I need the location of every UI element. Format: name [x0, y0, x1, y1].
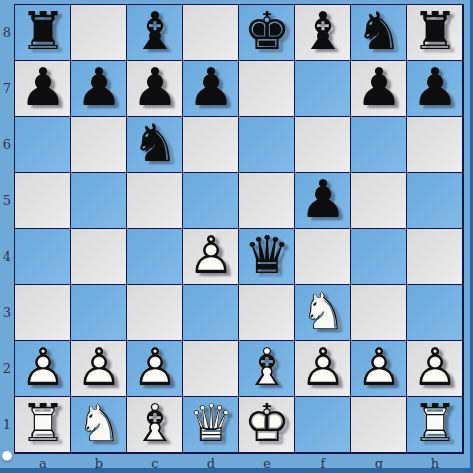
- white-piece-outline: ♗: [239, 339, 295, 395]
- square-e8[interactable]: ♚: [239, 5, 295, 61]
- white-piece-outline: ♙: [183, 227, 239, 283]
- piece-black-rook[interactable]: ♜: [407, 5, 463, 61]
- piece-white-pawn[interactable]: ♟♙: [295, 341, 351, 397]
- piece-black-pawn[interactable]: ♟: [127, 61, 183, 117]
- chess-board: ♜♝♚♝♞♜♟♟♟♟♟♟♞♟♟♙♛♞♘♟♙♟♙♟♙♝♗♟♙♟♙♟♙♜♖♞♘♝♗♛…: [14, 4, 464, 454]
- square-d8[interactable]: [183, 5, 239, 61]
- square-e4[interactable]: ♛: [239, 229, 295, 285]
- white-piece-outline: ♖: [407, 395, 463, 451]
- square-d5[interactable]: [183, 173, 239, 229]
- piece-white-rook[interactable]: ♜♖: [15, 397, 71, 453]
- white-piece-outline: ♙: [351, 339, 407, 395]
- square-e3[interactable]: [239, 285, 295, 341]
- chessboard-window: ♜♝♚♝♞♜♟♟♟♟♟♟♞♟♟♙♛♞♘♟♙♟♙♟♙♝♗♟♙♟♙♟♙♜♖♞♘♝♗♛…: [0, 0, 473, 473]
- black-piece-glyph: ♟: [351, 59, 407, 115]
- square-f4[interactable]: [295, 229, 351, 285]
- piece-white-pawn[interactable]: ♟♙: [127, 341, 183, 397]
- square-c6[interactable]: ♞: [127, 117, 183, 173]
- square-a5[interactable]: [15, 173, 71, 229]
- piece-white-pawn[interactable]: ♟♙: [407, 341, 463, 397]
- piece-white-pawn[interactable]: ♟♙: [351, 341, 407, 397]
- piece-white-bishop[interactable]: ♝♗: [239, 341, 295, 397]
- square-h8[interactable]: ♜: [407, 5, 463, 61]
- piece-white-queen[interactable]: ♛♕: [183, 397, 239, 453]
- rank-label-4: 4: [0, 229, 14, 285]
- square-c1[interactable]: ♝♗: [127, 397, 183, 453]
- white-piece-outline: ♗: [127, 395, 183, 451]
- piece-black-bishop[interactable]: ♝: [127, 5, 183, 61]
- square-f6[interactable]: [295, 117, 351, 173]
- square-g7[interactable]: ♟: [351, 61, 407, 117]
- piece-black-pawn[interactable]: ♟: [351, 61, 407, 117]
- piece-black-rook[interactable]: ♜: [15, 5, 71, 61]
- square-a2[interactable]: ♟♙: [15, 341, 71, 397]
- black-piece-glyph: ♞: [351, 3, 407, 59]
- square-e7[interactable]: [239, 61, 295, 117]
- white-piece-outline: ♘: [71, 395, 127, 451]
- square-c5[interactable]: [127, 173, 183, 229]
- black-piece-glyph: ♟: [295, 171, 351, 227]
- square-g3[interactable]: [351, 285, 407, 341]
- black-piece-glyph: ♛: [239, 227, 295, 283]
- square-b6[interactable]: [71, 117, 127, 173]
- piece-black-bishop[interactable]: ♝: [295, 5, 351, 61]
- white-piece-outline: ♙: [127, 339, 183, 395]
- square-e5[interactable]: [239, 173, 295, 229]
- square-f1[interactable]: [295, 397, 351, 453]
- frame-edge-bottom: [0, 468, 473, 473]
- square-e1[interactable]: ♚♔: [239, 397, 295, 453]
- rank-label-6: 6: [0, 117, 14, 173]
- piece-black-pawn[interactable]: ♟: [295, 173, 351, 229]
- square-a3[interactable]: [15, 285, 71, 341]
- square-c4[interactable]: [127, 229, 183, 285]
- white-piece-outline: ♙: [15, 339, 71, 395]
- piece-white-bishop[interactable]: ♝♗: [127, 397, 183, 453]
- square-d1[interactable]: ♛♕: [183, 397, 239, 453]
- square-g8[interactable]: ♞: [351, 5, 407, 61]
- piece-white-knight[interactable]: ♞♘: [295, 285, 351, 341]
- square-f5[interactable]: ♟: [295, 173, 351, 229]
- square-h5[interactable]: [407, 173, 463, 229]
- square-c2[interactable]: ♟♙: [127, 341, 183, 397]
- black-piece-glyph: ♟: [127, 59, 183, 115]
- square-c7[interactable]: ♟: [127, 61, 183, 117]
- black-piece-glyph: ♟: [71, 59, 127, 115]
- square-h2[interactable]: ♟♙: [407, 341, 463, 397]
- piece-black-pawn[interactable]: ♟: [183, 61, 239, 117]
- square-h6[interactable]: [407, 117, 463, 173]
- piece-black-king[interactable]: ♚: [239, 5, 295, 61]
- square-c3[interactable]: [127, 285, 183, 341]
- white-piece-outline: ♙: [295, 339, 351, 395]
- rank-label-5: 5: [0, 173, 14, 229]
- square-g5[interactable]: [351, 173, 407, 229]
- square-f3[interactable]: ♞♘: [295, 285, 351, 341]
- square-b4[interactable]: [71, 229, 127, 285]
- square-g1[interactable]: [351, 397, 407, 453]
- rank-label-7: 7: [0, 61, 14, 117]
- piece-black-knight[interactable]: ♞: [351, 5, 407, 61]
- rank-label-8: 8: [0, 5, 14, 61]
- square-f7[interactable]: [295, 61, 351, 117]
- black-piece-glyph: ♚: [239, 3, 295, 59]
- square-d7[interactable]: ♟: [183, 61, 239, 117]
- square-a1[interactable]: ♜♖: [15, 397, 71, 453]
- black-piece-glyph: ♝: [295, 3, 351, 59]
- square-h1[interactable]: ♜♖: [407, 397, 463, 453]
- square-h3[interactable]: [407, 285, 463, 341]
- square-a4[interactable]: [15, 229, 71, 285]
- piece-white-knight[interactable]: ♞♘: [71, 397, 127, 453]
- square-d4[interactable]: ♟♙: [183, 229, 239, 285]
- square-b3[interactable]: [71, 285, 127, 341]
- white-to-move-indicator: [2, 451, 12, 461]
- square-f2[interactable]: ♟♙: [295, 341, 351, 397]
- square-c8[interactable]: ♝: [127, 5, 183, 61]
- square-b5[interactable]: [71, 173, 127, 229]
- piece-white-king[interactable]: ♚♔: [239, 397, 295, 453]
- square-b8[interactable]: [71, 5, 127, 61]
- white-piece-outline: ♙: [71, 339, 127, 395]
- piece-black-queen[interactable]: ♛: [239, 229, 295, 285]
- white-piece-outline: ♕: [183, 395, 239, 451]
- square-b1[interactable]: ♞♘: [71, 397, 127, 453]
- piece-white-pawn[interactable]: ♟♙: [15, 341, 71, 397]
- rank-labels: 87654321: [0, 5, 14, 453]
- square-g4[interactable]: [351, 229, 407, 285]
- square-g2[interactable]: ♟♙: [351, 341, 407, 397]
- square-g6[interactable]: [351, 117, 407, 173]
- white-piece-outline: ♔: [239, 395, 295, 451]
- black-piece-glyph: ♞: [127, 115, 183, 171]
- square-a8[interactable]: ♜: [15, 5, 71, 61]
- square-b2[interactable]: ♟♙: [71, 341, 127, 397]
- square-h7[interactable]: ♟: [407, 61, 463, 117]
- piece-black-knight[interactable]: ♞: [127, 117, 183, 173]
- square-h4[interactable]: [407, 229, 463, 285]
- black-piece-glyph: ♟: [407, 59, 463, 115]
- square-d6[interactable]: [183, 117, 239, 173]
- black-piece-glyph: ♟: [15, 59, 71, 115]
- piece-white-rook[interactable]: ♜♖: [407, 397, 463, 453]
- piece-white-pawn[interactable]: ♟♙: [183, 229, 239, 285]
- white-piece-outline: ♙: [407, 339, 463, 395]
- square-b7[interactable]: ♟: [71, 61, 127, 117]
- white-piece-outline: ♘: [295, 283, 351, 339]
- piece-black-pawn[interactable]: ♟: [71, 61, 127, 117]
- square-e2[interactable]: ♝♗: [239, 341, 295, 397]
- square-a6[interactable]: [15, 117, 71, 173]
- piece-black-pawn[interactable]: ♟: [15, 61, 71, 117]
- square-f8[interactable]: ♝: [295, 5, 351, 61]
- white-piece-outline: ♖: [15, 395, 71, 451]
- rank-label-1: 1: [0, 397, 14, 453]
- square-e6[interactable]: [239, 117, 295, 173]
- piece-black-pawn[interactable]: ♟: [407, 61, 463, 117]
- square-a7[interactable]: ♟: [15, 61, 71, 117]
- square-d2[interactable]: [183, 341, 239, 397]
- black-piece-glyph: ♜: [407, 3, 463, 59]
- square-d3[interactable]: [183, 285, 239, 341]
- rank-label-3: 3: [0, 285, 14, 341]
- rank-label-2: 2: [0, 341, 14, 397]
- piece-white-pawn[interactable]: ♟♙: [71, 341, 127, 397]
- black-piece-glyph: ♝: [127, 3, 183, 59]
- black-piece-glyph: ♜: [15, 3, 71, 59]
- black-piece-glyph: ♟: [183, 59, 239, 115]
